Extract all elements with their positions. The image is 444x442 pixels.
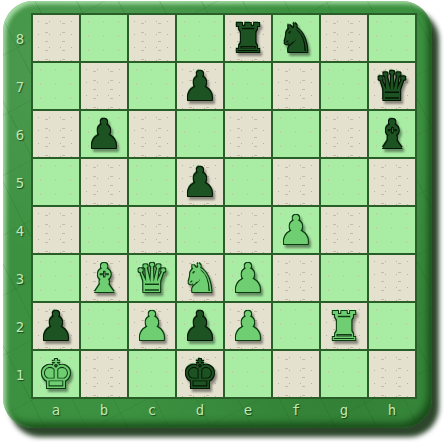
piece-black-pawn-d5[interactable]: ♟ [182,159,218,205]
piece-black-pawn-a2[interactable]: ♟ [38,303,74,349]
square-h8[interactable] [369,15,415,61]
square-h3[interactable] [369,255,415,301]
file-label-g: g [321,402,367,418]
square-d2[interactable]: ♟ [177,303,223,349]
square-g3[interactable] [321,255,367,301]
square-c4[interactable] [129,207,175,253]
square-f2[interactable] [273,303,319,349]
square-g6[interactable] [321,111,367,157]
square-c1[interactable] [129,351,175,397]
square-a5[interactable] [33,159,79,205]
square-a6[interactable] [33,111,79,157]
square-a3[interactable] [33,255,79,301]
piece-white-king-a1[interactable]: ♚ [38,351,74,397]
square-c7[interactable] [129,63,175,109]
square-h7[interactable]: ♛ [369,63,415,109]
square-f7[interactable] [273,63,319,109]
piece-white-pawn-e2[interactable]: ♟ [230,303,266,349]
square-b2[interactable] [81,303,127,349]
square-d4[interactable] [177,207,223,253]
square-h5[interactable] [369,159,415,205]
piece-white-queen-c3[interactable]: ♛ [134,255,170,301]
file-label-b: b [81,402,127,418]
piece-black-pawn-d7[interactable]: ♟ [182,63,218,109]
file-label-a: a [33,402,79,418]
square-f8[interactable]: ♞ [273,15,319,61]
square-f1[interactable] [273,351,319,397]
square-b1[interactable] [81,351,127,397]
square-f3[interactable] [273,255,319,301]
square-b7[interactable] [81,63,127,109]
square-c6[interactable] [129,111,175,157]
square-h4[interactable] [369,207,415,253]
square-g5[interactable] [321,159,367,205]
rank-label-8: 8 [12,31,28,47]
piece-black-king-d1[interactable]: ♚ [182,351,218,397]
square-d8[interactable] [177,15,223,61]
piece-white-pawn-e3[interactable]: ♟ [230,255,266,301]
piece-black-rook-e8[interactable]: ♜ [230,15,266,61]
square-g2[interactable]: ♜ [321,303,367,349]
square-b8[interactable] [81,15,127,61]
rank-label-5: 5 [12,175,28,191]
square-a2[interactable]: ♟ [33,303,79,349]
piece-white-knight-d3[interactable]: ♞ [182,255,218,301]
square-f5[interactable] [273,159,319,205]
rank-label-6: 6 [12,127,28,143]
square-e8[interactable]: ♜ [225,15,271,61]
square-c2[interactable]: ♟ [129,303,175,349]
square-e6[interactable] [225,111,271,157]
piece-black-bishop-h6[interactable]: ♝ [374,111,410,157]
square-h6[interactable]: ♝ [369,111,415,157]
file-label-f: f [273,402,319,418]
file-label-d: d [177,402,223,418]
square-g8[interactable] [321,15,367,61]
piece-black-pawn-d2[interactable]: ♟ [182,303,218,349]
square-c8[interactable] [129,15,175,61]
file-label-c: c [129,402,175,418]
square-a8[interactable] [33,15,79,61]
square-h1[interactable] [369,351,415,397]
chess-board: ♜♞♟♛♟♝♟♟♝♛♞♟♟♟♟♟♜♚♚ [31,13,417,399]
piece-white-pawn-c2[interactable]: ♟ [134,303,170,349]
square-g7[interactable] [321,63,367,109]
square-d3[interactable]: ♞ [177,255,223,301]
rank-label-2: 2 [12,319,28,335]
square-f6[interactable] [273,111,319,157]
rank-label-3: 3 [12,271,28,287]
square-g1[interactable] [321,351,367,397]
square-c3[interactable]: ♛ [129,255,175,301]
piece-black-knight-f8[interactable]: ♞ [278,15,314,61]
piece-white-bishop-b3[interactable]: ♝ [86,255,122,301]
square-a7[interactable] [33,63,79,109]
square-a1[interactable]: ♚ [33,351,79,397]
square-b6[interactable]: ♟ [81,111,127,157]
square-e3[interactable]: ♟ [225,255,271,301]
square-e7[interactable] [225,63,271,109]
square-c5[interactable] [129,159,175,205]
piece-black-queen-h7[interactable]: ♛ [374,63,410,109]
rank-label-1: 1 [12,367,28,383]
piece-white-rook-g2[interactable]: ♜ [326,303,362,349]
square-a4[interactable] [33,207,79,253]
square-b5[interactable] [81,159,127,205]
square-b4[interactable] [81,207,127,253]
file-label-h: h [369,402,415,418]
square-f4[interactable]: ♟ [273,207,319,253]
square-d1[interactable]: ♚ [177,351,223,397]
square-h2[interactable] [369,303,415,349]
square-e4[interactable] [225,207,271,253]
rank-label-7: 7 [12,79,28,95]
chess-app: ♜♞♟♛♟♝♟♟♝♛♞♟♟♟♟♟♜♚♚ 87654321abcdefgh [0,0,444,442]
square-d7[interactable]: ♟ [177,63,223,109]
square-e2[interactable]: ♟ [225,303,271,349]
square-e5[interactable] [225,159,271,205]
square-g4[interactable] [321,207,367,253]
square-b3[interactable]: ♝ [81,255,127,301]
rank-label-4: 4 [12,223,28,239]
piece-white-pawn-f4[interactable]: ♟ [278,207,314,253]
piece-black-pawn-b6[interactable]: ♟ [86,111,122,157]
square-e1[interactable] [225,351,271,397]
file-label-e: e [225,402,271,418]
square-d6[interactable] [177,111,223,157]
square-d5[interactable]: ♟ [177,159,223,205]
